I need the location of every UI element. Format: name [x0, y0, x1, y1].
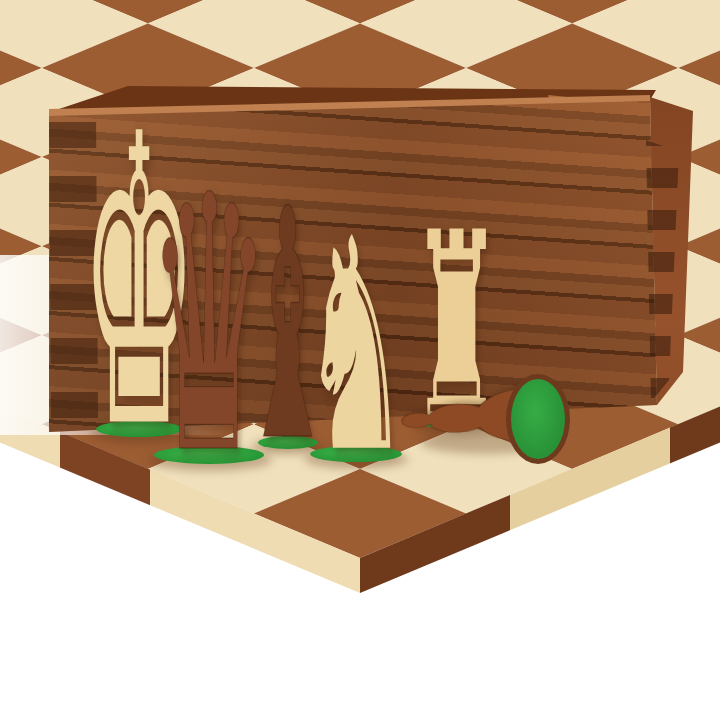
knight-felt-base [310, 446, 402, 462]
rook-felt-base [420, 415, 494, 429]
queen-felt-base [154, 446, 264, 464]
king-felt-base [96, 421, 182, 437]
pawn-felt-base [506, 374, 570, 464]
bishop-felt-base [258, 436, 318, 449]
chess-set-product-photo: ♚ ♛ ♝ ♞ ♜ ♟ [0, 0, 720, 720]
